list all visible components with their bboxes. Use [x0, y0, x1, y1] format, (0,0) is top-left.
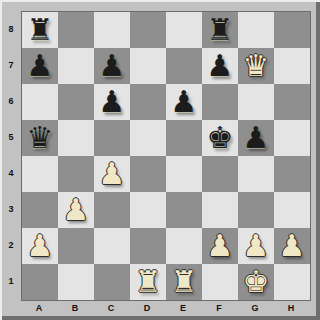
square-c2[interactable] [94, 228, 130, 264]
square-e1[interactable]: ♜ [166, 264, 202, 300]
rank-label-6: 6 [2, 83, 20, 119]
square-d4[interactable] [130, 156, 166, 192]
square-g4[interactable] [238, 156, 274, 192]
square-h8[interactable] [274, 12, 310, 48]
square-h7[interactable] [274, 48, 310, 84]
square-d2[interactable] [130, 228, 166, 264]
file-label-a: A [21, 301, 57, 316]
rank-label-5: 5 [2, 119, 20, 155]
black-rook-a8[interactable]: ♜ [27, 12, 54, 48]
square-c6[interactable]: ♟ [94, 84, 130, 120]
black-pawn-g5[interactable]: ♟ [243, 120, 270, 156]
square-f3[interactable] [202, 192, 238, 228]
square-f8[interactable]: ♜ [202, 12, 238, 48]
square-d3[interactable] [130, 192, 166, 228]
square-a6[interactable] [22, 84, 58, 120]
file-label-d: D [129, 301, 165, 316]
square-b7[interactable] [58, 48, 94, 84]
square-a1[interactable] [22, 264, 58, 300]
square-e2[interactable] [166, 228, 202, 264]
square-h2[interactable]: ♟ [274, 228, 310, 264]
square-c3[interactable] [94, 192, 130, 228]
square-f4[interactable] [202, 156, 238, 192]
square-g5[interactable]: ♟ [238, 120, 274, 156]
square-c5[interactable] [94, 120, 130, 156]
file-label-g: G [237, 301, 273, 316]
square-c4[interactable]: ♟ [94, 156, 130, 192]
black-pawn-f7[interactable]: ♟ [207, 48, 234, 84]
square-a3[interactable] [22, 192, 58, 228]
rank-label-3: 3 [2, 191, 20, 227]
file-label-c: C [93, 301, 129, 316]
square-g6[interactable] [238, 84, 274, 120]
square-b5[interactable] [58, 120, 94, 156]
square-d7[interactable] [130, 48, 166, 84]
square-e8[interactable] [166, 12, 202, 48]
square-f7[interactable]: ♟ [202, 48, 238, 84]
square-b4[interactable] [58, 156, 94, 192]
square-g1[interactable]: ♚ [238, 264, 274, 300]
white-pawn-g2[interactable]: ♟ [243, 228, 270, 264]
square-d5[interactable] [130, 120, 166, 156]
file-label-b: B [57, 301, 93, 316]
square-h6[interactable] [274, 84, 310, 120]
chess-board: ♜♜♟♟♟♛♟♟♛♚♟♟♟♟♟♟♟♜♜♚ [21, 11, 311, 301]
file-label-h: H [273, 301, 309, 316]
white-pawn-h2[interactable]: ♟ [279, 228, 306, 264]
square-a5[interactable]: ♛ [22, 120, 58, 156]
black-king-f5[interactable]: ♚ [207, 120, 234, 156]
square-b8[interactable] [58, 12, 94, 48]
chessboard-frame: ♜♜♟♟♟♛♟♟♛♚♟♟♟♟♟♟♟♜♜♚ 87654321ABCDEFGH [0, 0, 320, 320]
black-rook-f8[interactable]: ♜ [207, 12, 234, 48]
square-a7[interactable]: ♟ [22, 48, 58, 84]
white-pawn-b3[interactable]: ♟ [63, 192, 90, 228]
square-a2[interactable]: ♟ [22, 228, 58, 264]
square-c7[interactable]: ♟ [94, 48, 130, 84]
square-c8[interactable] [94, 12, 130, 48]
file-label-e: E [165, 301, 201, 316]
white-pawn-c4[interactable]: ♟ [99, 156, 126, 192]
white-pawn-f2[interactable]: ♟ [207, 228, 234, 264]
square-h5[interactable] [274, 120, 310, 156]
square-e5[interactable] [166, 120, 202, 156]
rank-label-4: 4 [2, 155, 20, 191]
square-f2[interactable]: ♟ [202, 228, 238, 264]
square-e4[interactable] [166, 156, 202, 192]
square-g2[interactable]: ♟ [238, 228, 274, 264]
rank-label-2: 2 [2, 227, 20, 263]
black-pawn-a7[interactable]: ♟ [27, 48, 54, 84]
white-pawn-a2[interactable]: ♟ [27, 228, 54, 264]
square-g3[interactable] [238, 192, 274, 228]
black-pawn-e6[interactable]: ♟ [171, 84, 198, 120]
square-d8[interactable] [130, 12, 166, 48]
square-a8[interactable]: ♜ [22, 12, 58, 48]
square-e3[interactable] [166, 192, 202, 228]
rank-label-7: 7 [2, 47, 20, 83]
square-b1[interactable] [58, 264, 94, 300]
square-b2[interactable] [58, 228, 94, 264]
file-label-f: F [201, 301, 237, 316]
square-g8[interactable] [238, 12, 274, 48]
square-d6[interactable] [130, 84, 166, 120]
square-h4[interactable] [274, 156, 310, 192]
black-pawn-c7[interactable]: ♟ [99, 48, 126, 84]
black-pawn-c6[interactable]: ♟ [99, 84, 126, 120]
black-queen-a5[interactable]: ♛ [27, 120, 54, 156]
square-e7[interactable] [166, 48, 202, 84]
square-g7[interactable]: ♛ [238, 48, 274, 84]
square-h3[interactable] [274, 192, 310, 228]
white-rook-d1[interactable]: ♜ [135, 264, 162, 300]
square-h1[interactable] [274, 264, 310, 300]
square-b3[interactable]: ♟ [58, 192, 94, 228]
square-f6[interactable] [202, 84, 238, 120]
white-queen-g7[interactable]: ♛ [243, 48, 270, 84]
square-b6[interactable] [58, 84, 94, 120]
square-f5[interactable]: ♚ [202, 120, 238, 156]
square-a4[interactable] [22, 156, 58, 192]
rank-label-1: 1 [2, 263, 20, 299]
white-king-g1[interactable]: ♚ [243, 264, 270, 300]
square-f1[interactable] [202, 264, 238, 300]
rank-label-8: 8 [2, 11, 20, 47]
square-d1[interactable]: ♜ [130, 264, 166, 300]
square-e6[interactable]: ♟ [166, 84, 202, 120]
white-rook-e1[interactable]: ♜ [171, 264, 198, 300]
square-c1[interactable] [94, 264, 130, 300]
